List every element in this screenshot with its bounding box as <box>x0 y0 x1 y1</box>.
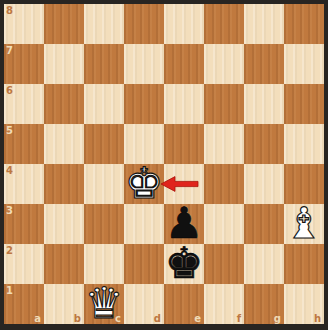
file-label-a: a <box>34 313 41 324</box>
square-f1[interactable]: f <box>204 284 244 324</box>
square-f8[interactable] <box>204 4 244 44</box>
black-king[interactable]: ♚ <box>165 243 204 283</box>
square-e6[interactable] <box>164 84 204 124</box>
square-a7[interactable]: 7 <box>4 44 44 84</box>
square-b8[interactable] <box>44 4 84 44</box>
square-e2[interactable]: ♚ <box>164 244 204 284</box>
square-a6[interactable]: 6 <box>4 84 44 124</box>
square-d3[interactable] <box>124 204 164 244</box>
square-h1[interactable]: h <box>284 284 324 324</box>
square-h7[interactable] <box>284 44 324 84</box>
square-e8[interactable] <box>164 4 204 44</box>
square-a8[interactable]: 8 <box>4 4 44 44</box>
square-d1[interactable]: d <box>124 284 164 324</box>
square-f6[interactable] <box>204 84 244 124</box>
square-d7[interactable] <box>124 44 164 84</box>
square-h6[interactable] <box>284 84 324 124</box>
square-d8[interactable] <box>124 4 164 44</box>
square-f7[interactable] <box>204 44 244 84</box>
square-g1[interactable]: g <box>244 284 284 324</box>
square-g6[interactable] <box>244 84 284 124</box>
square-c5[interactable] <box>84 124 124 164</box>
white-bishop[interactable]: ♝ <box>285 203 324 243</box>
square-a4[interactable]: 4 <box>4 164 44 204</box>
square-h5[interactable] <box>284 124 324 164</box>
square-d6[interactable] <box>124 84 164 124</box>
square-c8[interactable] <box>84 4 124 44</box>
file-label-e: e <box>194 313 201 324</box>
square-b7[interactable] <box>44 44 84 84</box>
square-c6[interactable] <box>84 84 124 124</box>
square-b3[interactable] <box>44 204 84 244</box>
rank-label-7: 7 <box>6 45 13 56</box>
square-c4[interactable] <box>84 164 124 204</box>
square-h2[interactable] <box>284 244 324 284</box>
square-d4[interactable]: ♚ <box>124 164 164 204</box>
black-pawn[interactable]: ♟ <box>165 203 204 243</box>
rank-label-5: 5 <box>6 125 13 136</box>
file-label-b: b <box>74 313 81 324</box>
file-label-d: d <box>154 313 161 324</box>
chess-board: 87654♚3♟♝2♚1abc♛defgh <box>4 4 324 324</box>
square-a5[interactable]: 5 <box>4 124 44 164</box>
chess-diagram: { "game": "chess", "position": "8/8/8/8/… <box>0 0 328 330</box>
square-h8[interactable] <box>284 4 324 44</box>
rank-label-6: 6 <box>6 85 13 96</box>
rank-label-8: 8 <box>6 5 13 16</box>
square-g2[interactable] <box>244 244 284 284</box>
square-g8[interactable] <box>244 4 284 44</box>
square-b2[interactable] <box>44 244 84 284</box>
square-f5[interactable] <box>204 124 244 164</box>
square-e1[interactable]: e <box>164 284 204 324</box>
rank-label-2: 2 <box>6 245 13 256</box>
square-f2[interactable] <box>204 244 244 284</box>
square-b6[interactable] <box>44 84 84 124</box>
square-a2[interactable]: 2 <box>4 244 44 284</box>
square-g4[interactable] <box>244 164 284 204</box>
square-e7[interactable] <box>164 44 204 84</box>
white-queen[interactable]: ♛ <box>85 283 124 323</box>
white-king[interactable]: ♚ <box>125 163 164 203</box>
square-g7[interactable] <box>244 44 284 84</box>
square-h3[interactable]: ♝ <box>284 204 324 244</box>
square-b1[interactable]: b <box>44 284 84 324</box>
rank-label-3: 3 <box>6 205 13 216</box>
square-f4[interactable] <box>204 164 244 204</box>
square-a3[interactable]: 3 <box>4 204 44 244</box>
square-b5[interactable] <box>44 124 84 164</box>
file-label-g: g <box>274 313 281 324</box>
square-d2[interactable] <box>124 244 164 284</box>
square-e5[interactable] <box>164 124 204 164</box>
square-a1[interactable]: 1a <box>4 284 44 324</box>
square-g3[interactable] <box>244 204 284 244</box>
square-g5[interactable] <box>244 124 284 164</box>
square-c1[interactable]: c♛ <box>84 284 124 324</box>
square-f3[interactable] <box>204 204 244 244</box>
rank-label-4: 4 <box>6 165 13 176</box>
square-c7[interactable] <box>84 44 124 84</box>
square-b4[interactable] <box>44 164 84 204</box>
file-label-h: h <box>314 313 321 324</box>
file-label-f: f <box>237 313 241 324</box>
rank-label-1: 1 <box>6 285 13 296</box>
square-c3[interactable] <box>84 204 124 244</box>
